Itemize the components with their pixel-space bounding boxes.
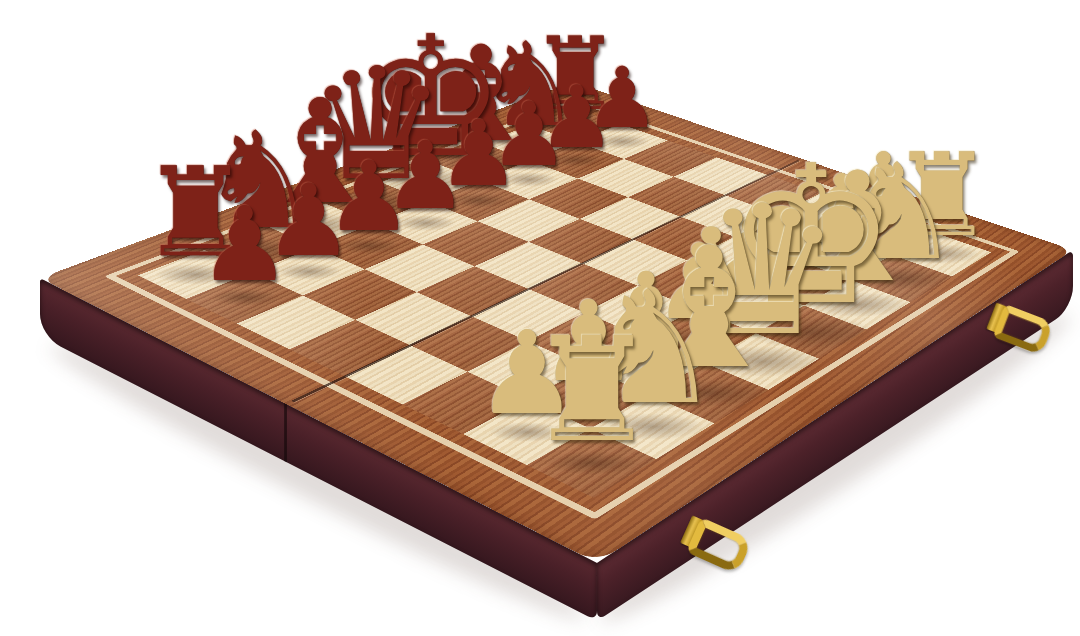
product-photo-scene: ♜♞♝♛♚♝♞♜♟♟♟♟♟♟♟♟♟♟♟♟♟♟♟♟♜♞♝♛♚♝♞♜ xyxy=(0,0,1080,636)
fold-seam-edge xyxy=(284,403,287,462)
chess-board xyxy=(40,82,1073,563)
